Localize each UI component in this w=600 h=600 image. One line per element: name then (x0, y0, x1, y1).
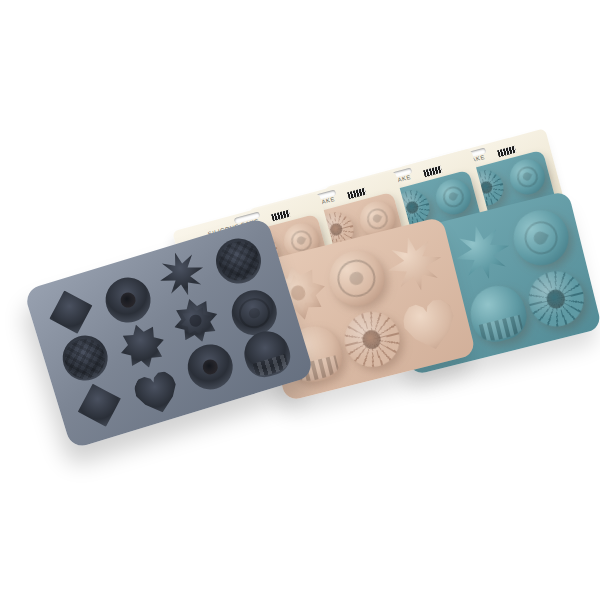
mold-bump (464, 280, 531, 347)
mold-bump (397, 292, 464, 359)
mold-bump (432, 175, 475, 218)
mold-cavity (43, 284, 99, 340)
barcode (347, 188, 366, 199)
mold-cavity (71, 377, 127, 433)
gray-mold-tray (23, 216, 314, 449)
mold-bump (381, 231, 448, 298)
mold-cavity (114, 318, 170, 374)
product-photo-stage: SILICONE CAKE JUXIONG SILICONE CAKE JUXI… (0, 0, 600, 600)
mold-bump (449, 219, 516, 286)
mold-bump (506, 155, 549, 198)
mold-cavity (153, 246, 209, 302)
mold-cavity (57, 331, 113, 387)
mold-bump (523, 266, 590, 333)
mold-bump (507, 205, 574, 272)
barcode (423, 166, 442, 177)
mold-bump (338, 306, 405, 373)
mold-cavity (129, 365, 185, 421)
mold-cavity (100, 272, 156, 328)
barcode (271, 210, 290, 221)
mold-bump (323, 245, 390, 312)
barcode (497, 146, 516, 157)
mold-cavity (211, 233, 267, 289)
mold-cavity (182, 339, 238, 395)
mold-cavity (168, 293, 224, 349)
